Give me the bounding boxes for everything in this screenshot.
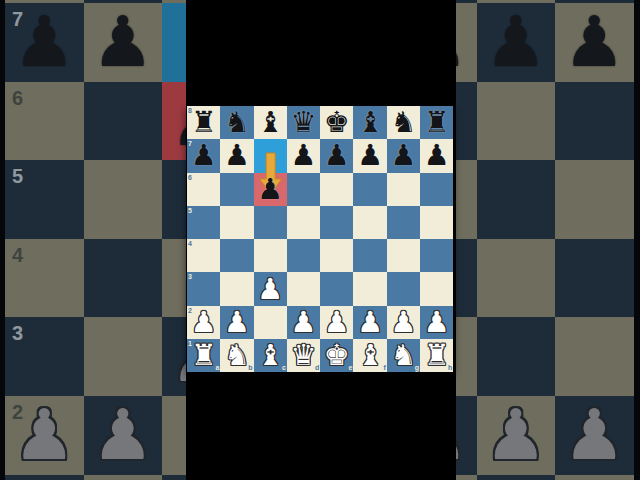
piece-white-rook-a1[interactable]: ♜ xyxy=(187,339,220,372)
bg-square-b3 xyxy=(84,317,163,396)
bg-square-h7: ♟ xyxy=(555,3,634,82)
square-g2[interactable]: ♟ xyxy=(387,306,420,339)
square-a2[interactable]: 2♟ xyxy=(187,306,220,339)
square-f7[interactable]: ♟ xyxy=(353,139,386,172)
piece-white-knight-b1[interactable]: ♞ xyxy=(220,339,253,372)
video-letterbox-band: 8♜♞♝♛♚♝♞♜7♟♟♟♟♟♟♟6♟543♟2♟♟♟♟♟♟♟1a♜b♞c♝d♛… xyxy=(186,0,456,480)
bg-rank-label-4: 4 xyxy=(12,244,23,267)
square-h7[interactable]: ♟ xyxy=(420,139,453,172)
piece-white-pawn-g2[interactable]: ♟ xyxy=(387,306,420,339)
bg-square-b7: ♟ xyxy=(84,3,163,82)
bg-piece-white-pawn-h2: ♟ xyxy=(555,396,634,475)
piece-white-pawn-e2[interactable]: ♟ xyxy=(320,306,353,339)
piece-white-pawn-a2[interactable]: ♟ xyxy=(187,306,220,339)
piece-black-rook-h8[interactable]: ♜ xyxy=(420,106,453,139)
bg-rank-label-5: 5 xyxy=(12,165,23,188)
bg-square-g1: ♞ xyxy=(477,475,556,480)
square-f8[interactable]: ♝ xyxy=(353,106,386,139)
square-f3[interactable] xyxy=(353,272,386,305)
square-d5[interactable] xyxy=(287,206,320,239)
rank-label-6: 6 xyxy=(188,173,192,182)
square-c2[interactable] xyxy=(254,306,287,339)
square-e2[interactable]: ♟ xyxy=(320,306,353,339)
square-d6[interactable] xyxy=(287,173,320,206)
square-h1[interactable]: h♜ xyxy=(420,339,453,372)
piece-black-pawn-e7[interactable]: ♟ xyxy=(320,139,353,172)
bg-square-a4: 4 xyxy=(5,239,84,318)
piece-white-king-e1[interactable]: ♚ xyxy=(320,339,353,372)
bg-piece-white-pawn-b2: ♟ xyxy=(84,396,163,475)
square-e4[interactable] xyxy=(320,239,353,272)
square-h6[interactable] xyxy=(420,173,453,206)
square-a5[interactable]: 5 xyxy=(187,206,220,239)
square-a6[interactable]: 6 xyxy=(187,173,220,206)
square-g4[interactable] xyxy=(387,239,420,272)
square-g7[interactable]: ♟ xyxy=(387,139,420,172)
square-e6[interactable] xyxy=(320,173,353,206)
square-e5[interactable] xyxy=(320,206,353,239)
square-g3[interactable] xyxy=(387,272,420,305)
piece-black-pawn-h7[interactable]: ♟ xyxy=(420,139,453,172)
bg-rank-label-3: 3 xyxy=(12,322,23,345)
bg-square-a3: 3 xyxy=(5,317,84,396)
piece-white-bishop-c1[interactable]: ♝ xyxy=(254,339,287,372)
bg-square-a6: 6 xyxy=(5,82,84,161)
square-b7[interactable]: ♟ xyxy=(220,139,253,172)
square-c1[interactable]: c♝ xyxy=(254,339,287,372)
square-e1[interactable]: e♚ xyxy=(320,339,353,372)
bg-square-g5 xyxy=(477,160,556,239)
square-c7[interactable] xyxy=(254,139,287,172)
bg-square-a2: 2♟ xyxy=(5,396,84,475)
piece-white-pawn-b2[interactable]: ♟ xyxy=(220,306,253,339)
piece-white-pawn-d2[interactable]: ♟ xyxy=(287,306,320,339)
square-d4[interactable] xyxy=(287,239,320,272)
bg-square-b1: ♞ xyxy=(84,475,163,480)
square-b1[interactable]: b♞ xyxy=(220,339,253,372)
square-a3[interactable]: 3 xyxy=(187,272,220,305)
bg-square-h3 xyxy=(555,317,634,396)
square-h3[interactable] xyxy=(420,272,453,305)
square-c3[interactable]: ♟ xyxy=(254,272,287,305)
bg-piece-black-pawn-a7: ♟ xyxy=(5,3,84,82)
bg-square-h4 xyxy=(555,239,634,318)
piece-black-bishop-f8[interactable]: ♝ xyxy=(353,106,386,139)
square-a4[interactable]: 4 xyxy=(187,239,220,272)
bg-square-a5: 5 xyxy=(5,160,84,239)
square-d3[interactable] xyxy=(287,272,320,305)
bg-square-g3 xyxy=(477,317,556,396)
piece-black-pawn-g7[interactable]: ♟ xyxy=(387,139,420,172)
square-f1[interactable]: f♝ xyxy=(353,339,386,372)
square-b5[interactable] xyxy=(220,206,253,239)
bg-square-h5 xyxy=(555,160,634,239)
square-e3[interactable] xyxy=(320,272,353,305)
square-e8[interactable]: ♚ xyxy=(320,106,353,139)
square-b3[interactable] xyxy=(220,272,253,305)
square-a1[interactable]: 1a♜ xyxy=(187,339,220,372)
piece-white-pawn-f2[interactable]: ♟ xyxy=(353,306,386,339)
piece-black-pawn-b7[interactable]: ♟ xyxy=(220,139,253,172)
square-h8[interactable]: ♜ xyxy=(420,106,453,139)
bg-piece-white-rook-h1: ♜ xyxy=(555,475,634,480)
square-d2[interactable]: ♟ xyxy=(287,306,320,339)
bg-rank-label-6: 6 xyxy=(12,87,23,110)
square-b6[interactable] xyxy=(220,173,253,206)
square-d7[interactable]: ♟ xyxy=(287,139,320,172)
rank-label-3: 3 xyxy=(188,272,192,281)
square-b8[interactable]: ♞ xyxy=(220,106,253,139)
bg-square-g2: ♟ xyxy=(477,396,556,475)
bg-square-g7: ♟ xyxy=(477,3,556,82)
square-b4[interactable] xyxy=(220,239,253,272)
square-g5[interactable] xyxy=(387,206,420,239)
bg-piece-black-pawn-b7: ♟ xyxy=(84,3,163,82)
bg-square-h6 xyxy=(555,82,634,161)
bg-square-a1: ♜ xyxy=(5,475,84,480)
square-a8[interactable]: 8♜ xyxy=(187,106,220,139)
piece-black-king-e8[interactable]: ♚ xyxy=(320,106,353,139)
bg-piece-white-knight-g1: ♞ xyxy=(477,475,556,480)
square-g1[interactable]: g♞ xyxy=(387,339,420,372)
square-f5[interactable] xyxy=(353,206,386,239)
square-f4[interactable] xyxy=(353,239,386,272)
square-c6[interactable]: ♟ xyxy=(254,173,287,206)
bg-piece-black-pawn-h7: ♟ xyxy=(555,3,634,82)
square-e7[interactable]: ♟ xyxy=(320,139,353,172)
piece-black-pawn-a7[interactable]: ♟ xyxy=(187,139,220,172)
piece-black-queen-d8[interactable]: ♛ xyxy=(287,106,320,139)
square-h5[interactable] xyxy=(420,206,453,239)
bg-square-b4 xyxy=(84,239,163,318)
piece-black-pawn-d7[interactable]: ♟ xyxy=(287,139,320,172)
piece-black-rook-a8[interactable]: ♜ xyxy=(187,106,220,139)
square-g8[interactable]: ♞ xyxy=(387,106,420,139)
square-h4[interactable] xyxy=(420,239,453,272)
piece-black-pawn-f7[interactable]: ♟ xyxy=(353,139,386,172)
square-c5[interactable] xyxy=(254,206,287,239)
video-frame: ♜♞♝♛♚♝♞♜7♟♟♟♟♟♟♟6♟543♟2♟♟♟♟♟♟♟♜♞♝♛♚♝♞♜ 8… xyxy=(0,0,640,480)
square-d1[interactable]: d♛ xyxy=(287,339,320,372)
bg-piece-black-pawn-g7: ♟ xyxy=(477,3,556,82)
piece-black-bishop-c8[interactable]: ♝ xyxy=(254,106,287,139)
square-d8[interactable]: ♛ xyxy=(287,106,320,139)
bg-square-b5 xyxy=(84,160,163,239)
square-b2[interactable]: ♟ xyxy=(220,306,253,339)
rank-label-4: 4 xyxy=(188,239,192,248)
rank-label-5: 5 xyxy=(188,206,192,215)
bg-square-b6 xyxy=(84,82,163,161)
piece-white-pawn-h2[interactable]: ♟ xyxy=(420,306,453,339)
square-g6[interactable] xyxy=(387,173,420,206)
square-f6[interactable] xyxy=(353,173,386,206)
bg-square-g4 xyxy=(477,239,556,318)
bg-square-a7: 7♟ xyxy=(5,3,84,82)
bg-piece-white-pawn-g2: ♟ xyxy=(477,396,556,475)
bg-square-g6 xyxy=(477,82,556,161)
piece-white-rook-h1[interactable]: ♜ xyxy=(420,339,453,372)
piece-black-pawn-c6[interactable]: ♟ xyxy=(254,173,287,206)
square-a7[interactable]: 7♟ xyxy=(187,139,220,172)
bg-piece-white-knight-b1: ♞ xyxy=(84,475,163,480)
piece-white-queen-d1[interactable]: ♛ xyxy=(287,339,320,372)
bg-piece-white-rook-a1: ♜ xyxy=(5,475,84,480)
bg-piece-white-pawn-a2: ♟ xyxy=(5,396,84,475)
bg-square-h1: ♜ xyxy=(555,475,634,480)
square-f2[interactable]: ♟ xyxy=(353,306,386,339)
chess-board: 8♜♞♝♛♚♝♞♜7♟♟♟♟♟♟♟6♟543♟2♟♟♟♟♟♟♟1a♜b♞c♝d♛… xyxy=(187,106,453,372)
piece-black-knight-b8[interactable]: ♞ xyxy=(220,106,253,139)
piece-white-bishop-f1[interactable]: ♝ xyxy=(353,339,386,372)
bg-square-h2: ♟ xyxy=(555,396,634,475)
piece-white-knight-g1[interactable]: ♞ xyxy=(387,339,420,372)
square-c8[interactable]: ♝ xyxy=(254,106,287,139)
square-h2[interactable]: ♟ xyxy=(420,306,453,339)
piece-black-knight-g8[interactable]: ♞ xyxy=(387,106,420,139)
piece-white-pawn-c3[interactable]: ♟ xyxy=(254,272,287,305)
square-c4[interactable] xyxy=(254,239,287,272)
bg-square-b2: ♟ xyxy=(84,396,163,475)
